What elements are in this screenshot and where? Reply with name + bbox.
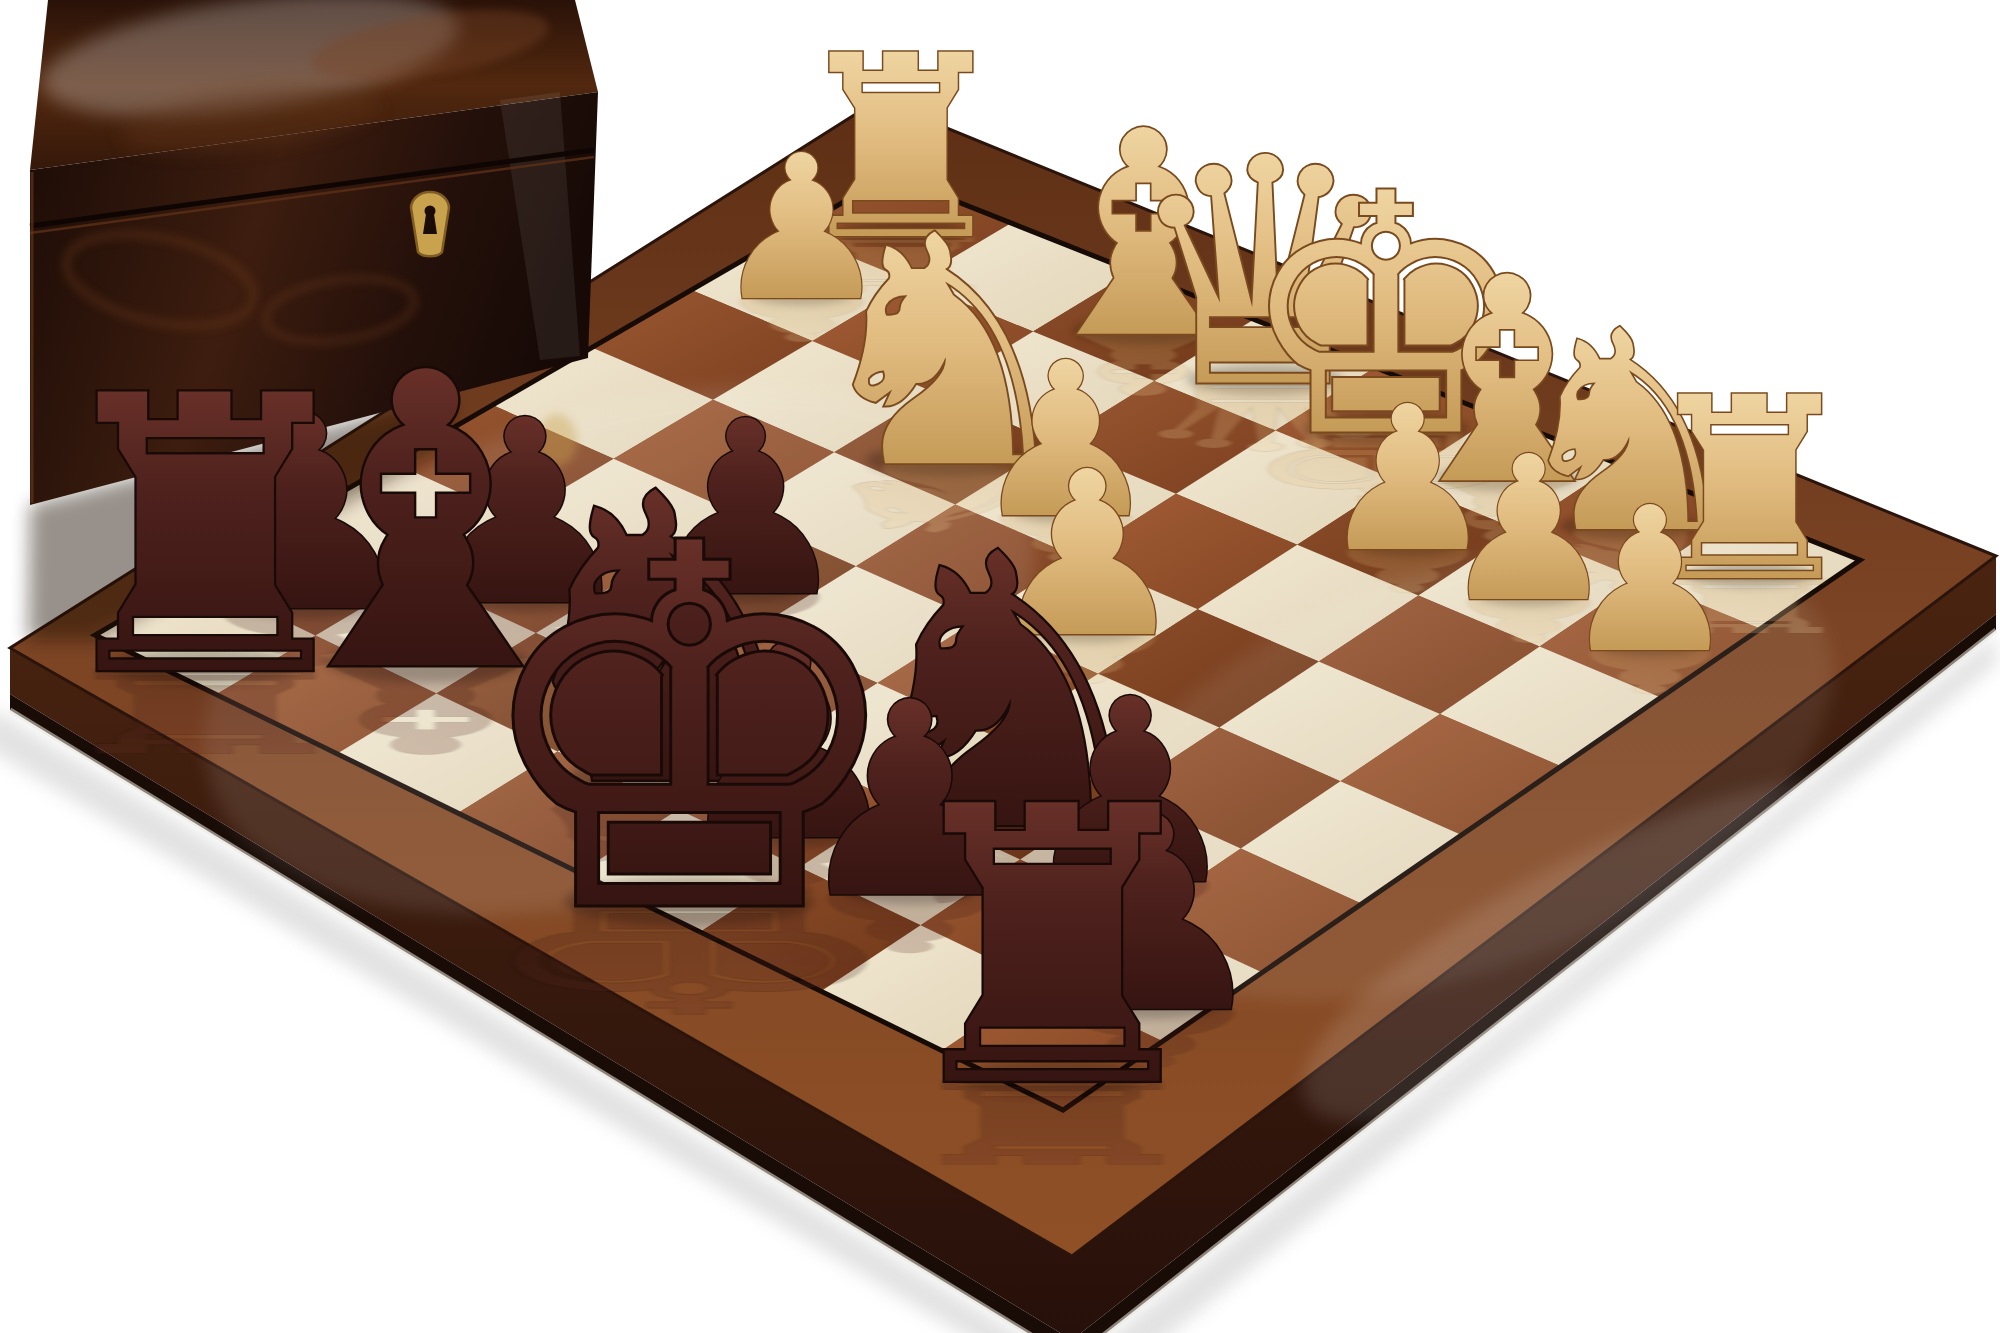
- piece-white-pawn-h2: ♟♟: [1560, 464, 1739, 706]
- chess-set-photo-scene: ♜♜♝♝♛♛♚♚♝♝♞♞♜♜♟♟♟♟♟♟♟♟♞♞♟♟♟♟♟♟♟♟♞♞♟♟♟♟♝♝…: [0, 0, 2000, 1333]
- piece-glyph-rook: ♜: [881, 726, 1223, 1170]
- piece-glyph-pawn: ♟: [1560, 464, 1739, 697]
- piece-black-rook-a8: ♜♜: [34, 316, 376, 776]
- chessboard-and-box-graphic: ♜♜♝♝♛♛♚♚♝♝♞♞♜♜♟♟♟♟♟♟♟♟♞♞♟♟♟♟♟♟♟♟♞♞♟♟♟♟♝♝…: [0, 0, 2000, 1333]
- piece-black-rook-h8: ♜♜: [881, 726, 1223, 1186]
- piece-glyph-king: ♚: [465, 440, 913, 1022]
- piece-glyph-rook: ♜: [34, 316, 376, 760]
- piece-black-king-e8: ♚♚: [465, 440, 913, 1043]
